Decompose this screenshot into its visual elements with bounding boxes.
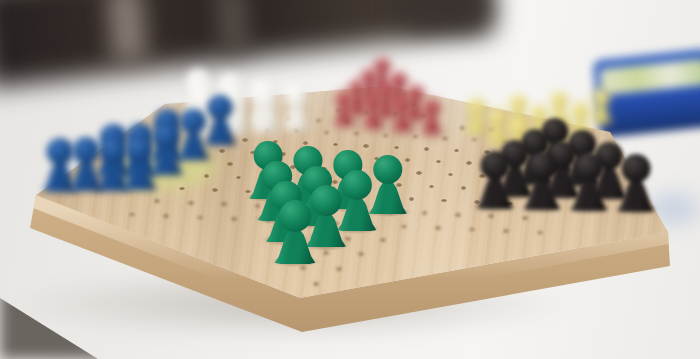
pawn-head	[575, 153, 604, 182]
pawn-head	[571, 102, 589, 120]
pawn-black[interactable]	[524, 152, 561, 210]
pawn-head	[373, 155, 403, 184]
pawn-body	[590, 103, 613, 124]
pawn-white[interactable]	[281, 85, 309, 130]
pawn-head	[622, 154, 651, 183]
pawn-head	[342, 170, 372, 200]
chinese-checkers-photo	[0, 0, 700, 359]
pawn-head	[253, 87, 275, 109]
pawn-head	[365, 93, 383, 111]
pawn-head	[279, 200, 311, 232]
pawn-green[interactable]	[275, 200, 316, 264]
pawn-head	[467, 98, 485, 116]
pieces-layer	[0, 0, 700, 359]
pawn-yellow[interactable]	[590, 88, 613, 124]
pawn-body	[250, 106, 279, 132]
pawn-red[interactable]	[391, 96, 414, 132]
pawn-white[interactable]	[250, 87, 279, 132]
pawn-head	[73, 137, 100, 164]
pawn-red[interactable]	[333, 91, 356, 127]
pawn-body	[275, 227, 316, 264]
pawn-head	[284, 85, 306, 107]
pawn-head	[393, 96, 411, 114]
pawn-body	[465, 113, 488, 134]
pawn-head	[208, 95, 233, 120]
pawn-black[interactable]	[617, 154, 654, 212]
pawn-head	[592, 88, 610, 106]
pawn-head	[488, 108, 506, 126]
pawn-black[interactable]	[477, 151, 514, 209]
pawn-body	[69, 160, 103, 191]
pawn-yellow[interactable]	[465, 98, 488, 134]
pawn-head	[509, 95, 527, 113]
pawn-head	[481, 151, 510, 180]
pawn-body	[524, 176, 561, 210]
pawn-head	[181, 109, 207, 134]
pawn-red[interactable]	[420, 99, 443, 135]
pawn-body	[420, 114, 443, 135]
pawn-head	[153, 123, 179, 149]
pawn-body	[281, 104, 309, 130]
pawn-black[interactable]	[570, 153, 607, 211]
pawn-body	[122, 159, 156, 190]
pawn-body	[477, 175, 514, 209]
pawn-red[interactable]	[362, 93, 385, 129]
pawn-body	[391, 111, 414, 132]
pawn-head	[336, 91, 354, 109]
pawn-head	[528, 152, 557, 181]
pawn-head	[126, 136, 153, 163]
pawn-head	[422, 99, 440, 117]
pawn-blue[interactable]	[122, 136, 156, 190]
pawn-body	[617, 178, 654, 212]
pawn-head	[551, 92, 569, 110]
pawn-blue[interactable]	[69, 137, 103, 191]
pawn-body	[570, 177, 607, 211]
pawn-body	[362, 109, 385, 130]
pawn-body	[333, 106, 356, 127]
